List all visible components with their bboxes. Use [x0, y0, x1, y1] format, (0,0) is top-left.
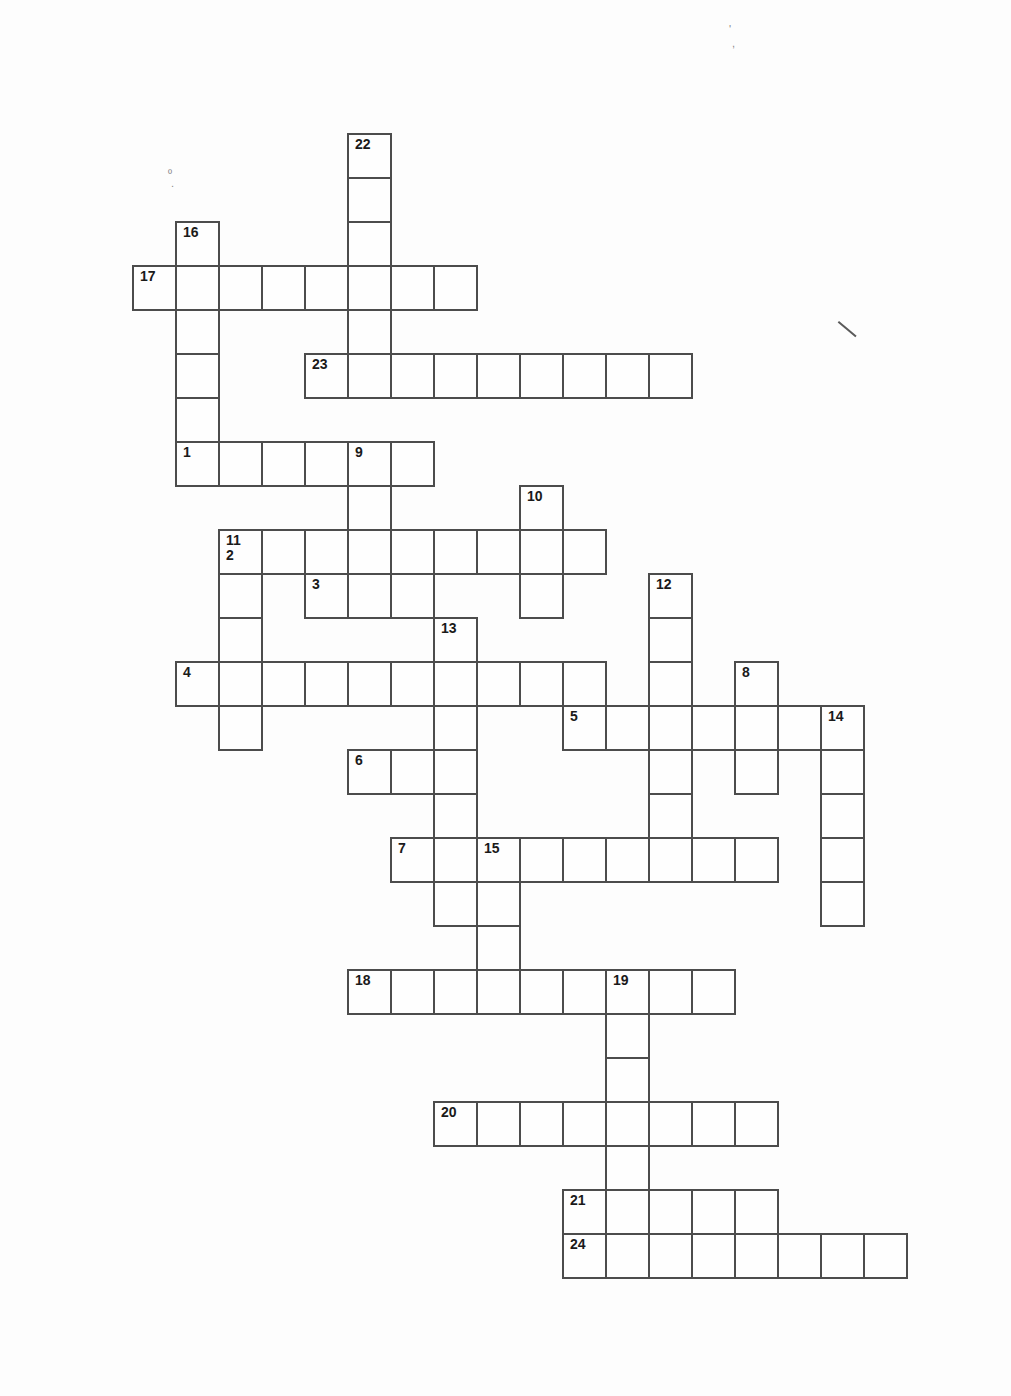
cell-r9c8[interactable] — [476, 529, 521, 575]
cell-r12c9[interactable] — [519, 661, 564, 707]
cell-r12c3[interactable] — [261, 661, 306, 707]
cell-r11c2[interactable] — [218, 617, 263, 663]
cell-r19c13[interactable] — [691, 969, 736, 1015]
cell-r12c6[interactable] — [390, 661, 435, 707]
cell-r0c5[interactable]: 22 — [347, 133, 392, 179]
cell-r10c4[interactable]: 3 — [304, 573, 349, 619]
cell-r9c4[interactable] — [304, 529, 349, 575]
cell-r3c1[interactable] — [175, 265, 220, 311]
cell-r24c13[interactable] — [691, 1189, 736, 1235]
cell-r19c5[interactable]: 18 — [347, 969, 392, 1015]
cell-r10c9[interactable] — [519, 573, 564, 619]
cell-r19c11[interactable]: 19 — [605, 969, 650, 1015]
cell-r7c4[interactable] — [304, 441, 349, 487]
cell-r12c5[interactable] — [347, 661, 392, 707]
cell-r19c7[interactable] — [433, 969, 478, 1015]
cell-r22c13[interactable] — [691, 1101, 736, 1147]
scan-artifact-1: , — [732, 38, 735, 49]
cell-r13c12[interactable] — [648, 705, 693, 751]
cell-r11c7[interactable]: 13 — [433, 617, 478, 663]
cell-r14c12[interactable] — [648, 749, 693, 795]
clue-number-18: 18 — [355, 973, 390, 987]
cell-r17c16[interactable] — [820, 881, 865, 927]
clue-number-11: 11 — [226, 533, 261, 547]
cell-r24c10[interactable]: 21 — [562, 1189, 607, 1235]
cell-r16c16[interactable] — [820, 837, 865, 883]
clue-number-7: 7 — [398, 841, 433, 855]
cell-r20c11[interactable] — [605, 1013, 650, 1059]
cell-r19c8[interactable] — [476, 969, 521, 1015]
cell-r3c5[interactable] — [347, 265, 392, 311]
cell-r12c12[interactable] — [648, 661, 693, 707]
cell-r25c17[interactable] — [863, 1233, 908, 1279]
cell-r7c3[interactable] — [261, 441, 306, 487]
cell-r10c12[interactable]: 12 — [648, 573, 693, 619]
cell-r16c10[interactable] — [562, 837, 607, 883]
cell-r9c7[interactable] — [433, 529, 478, 575]
cell-r22c11[interactable] — [605, 1101, 650, 1147]
cell-r9c9[interactable] — [519, 529, 564, 575]
cell-r4c5[interactable] — [347, 309, 392, 355]
cell-r25c16[interactable] — [820, 1233, 865, 1279]
cell-r9c10[interactable] — [562, 529, 607, 575]
cell-r9c5[interactable] — [347, 529, 392, 575]
cell-r19c6[interactable] — [390, 969, 435, 1015]
cell-r17c8[interactable] — [476, 881, 521, 927]
cell-r22c8[interactable] — [476, 1101, 521, 1147]
cell-r14c7[interactable] — [433, 749, 478, 795]
clue-number-15: 15 — [484, 841, 519, 855]
cell-r16c6[interactable]: 7 — [390, 837, 435, 883]
cell-r13c2[interactable] — [218, 705, 263, 751]
cell-r10c5[interactable] — [347, 573, 392, 619]
cell-r23c11[interactable] — [605, 1145, 650, 1191]
cell-r22c12[interactable] — [648, 1101, 693, 1147]
cell-r24c14[interactable] — [734, 1189, 779, 1235]
cell-r5c1[interactable] — [175, 353, 220, 399]
cell-r16c9[interactable] — [519, 837, 564, 883]
cell-r5c4[interactable]: 23 — [304, 353, 349, 399]
cell-r13c14[interactable] — [734, 705, 779, 751]
cell-r5c7[interactable] — [433, 353, 478, 399]
cell-r16c12[interactable] — [648, 837, 693, 883]
scan-page: 221617231910112312134851467151819202124 … — [0, 0, 1011, 1396]
clue-number-16: 16 — [183, 225, 218, 239]
cell-r5c12[interactable] — [648, 353, 693, 399]
clue-number-22: 22 — [355, 137, 390, 151]
clue-number-8: 8 — [742, 665, 777, 679]
cell-r5c11[interactable] — [605, 353, 650, 399]
cell-r12c14[interactable]: 8 — [734, 661, 779, 707]
clue-number-4: 4 — [183, 665, 218, 679]
clue-number-9: 9 — [355, 445, 390, 459]
cell-r1c5[interactable] — [347, 177, 392, 223]
cell-r19c9[interactable] — [519, 969, 564, 1015]
cell-r12c2[interactable] — [218, 661, 263, 707]
clue-number-17: 17 — [140, 269, 175, 283]
cell-r15c7[interactable] — [433, 793, 478, 839]
cell-r7c1[interactable]: 1 — [175, 441, 220, 487]
clue-number-5: 5 — [570, 709, 605, 723]
cell-r16c13[interactable] — [691, 837, 736, 883]
scan-artifact-0: ' — [729, 24, 731, 35]
cell-r3c3[interactable] — [261, 265, 306, 311]
cell-r5c6[interactable] — [390, 353, 435, 399]
cell-r12c10[interactable] — [562, 661, 607, 707]
cell-r5c8[interactable] — [476, 353, 521, 399]
clue-number-2: 2 — [226, 548, 261, 562]
cell-r22c10[interactable] — [562, 1101, 607, 1147]
cell-r9c6[interactable] — [390, 529, 435, 575]
cell-r15c12[interactable] — [648, 793, 693, 839]
cell-r5c5[interactable] — [347, 353, 392, 399]
cell-r7c2[interactable] — [218, 441, 263, 487]
cell-r6c1[interactable] — [175, 397, 220, 443]
cell-r25c11[interactable] — [605, 1233, 650, 1279]
cell-r22c9[interactable] — [519, 1101, 564, 1147]
cell-r19c12[interactable] — [648, 969, 693, 1015]
cell-r24c11[interactable] — [605, 1189, 650, 1235]
cell-r16c14[interactable] — [734, 837, 779, 883]
clue-number-12: 12 — [656, 577, 691, 591]
clue-number-10: 10 — [527, 489, 562, 503]
cell-r3c6[interactable] — [390, 265, 435, 311]
cell-r8c9[interactable]: 10 — [519, 485, 564, 531]
cell-r8c5[interactable] — [347, 485, 392, 531]
cell-r25c12[interactable] — [648, 1233, 693, 1279]
cell-r16c7[interactable] — [433, 837, 478, 883]
clue-number-1: 1 — [183, 445, 218, 459]
cell-r14c14[interactable] — [734, 749, 779, 795]
cell-r13c13[interactable] — [691, 705, 736, 751]
cell-r25c14[interactable] — [734, 1233, 779, 1279]
cell-r22c7[interactable]: 20 — [433, 1101, 478, 1147]
cell-r13c16[interactable]: 14 — [820, 705, 865, 751]
cell-r14c5[interactable]: 6 — [347, 749, 392, 795]
clue-number-6: 6 — [355, 753, 390, 767]
cell-r16c8[interactable]: 15 — [476, 837, 521, 883]
cell-r13c10[interactable]: 5 — [562, 705, 607, 751]
cell-r5c10[interactable] — [562, 353, 607, 399]
cell-r13c15[interactable] — [777, 705, 822, 751]
cell-r3c4[interactable] — [304, 265, 349, 311]
cell-r16c11[interactable] — [605, 837, 650, 883]
cell-r14c16[interactable] — [820, 749, 865, 795]
cell-r12c4[interactable] — [304, 661, 349, 707]
cell-r11c12[interactable] — [648, 617, 693, 663]
cell-r25c13[interactable] — [691, 1233, 736, 1279]
crossword-board: 221617231910112312134851467151819202124 — [132, 133, 906, 1277]
cell-r7c5[interactable]: 9 — [347, 441, 392, 487]
clue-number-19: 19 — [613, 973, 648, 987]
cell-r9c3[interactable] — [261, 529, 306, 575]
cell-r13c11[interactable] — [605, 705, 650, 751]
cell-r12c7[interactable] — [433, 661, 478, 707]
cell-r10c2[interactable] — [218, 573, 263, 619]
cell-r7c6[interactable] — [390, 441, 435, 487]
clue-number-24: 24 — [570, 1237, 605, 1251]
cell-r13c7[interactable] — [433, 705, 478, 751]
cell-r3c0[interactable]: 17 — [132, 265, 177, 311]
cell-r15c16[interactable] — [820, 793, 865, 839]
cell-r12c1[interactable]: 4 — [175, 661, 220, 707]
cell-r4c1[interactable] — [175, 309, 220, 355]
cell-r19c10[interactable] — [562, 969, 607, 1015]
clue-number-21: 21 — [570, 1193, 605, 1207]
cell-r22c14[interactable] — [734, 1101, 779, 1147]
cell-r17c7[interactable] — [433, 881, 478, 927]
cell-r5c9[interactable] — [519, 353, 564, 399]
cell-r12c8[interactable] — [476, 661, 521, 707]
cell-r10c6[interactable] — [390, 573, 435, 619]
cell-r3c2[interactable] — [218, 265, 263, 311]
cell-r3c7[interactable] — [433, 265, 478, 311]
cell-r21c11[interactable] — [605, 1057, 650, 1103]
clue-number-20: 20 — [441, 1105, 476, 1119]
cell-r25c10[interactable]: 24 — [562, 1233, 607, 1279]
cell-r9c2[interactable]: 112 — [218, 529, 263, 575]
cell-r18c8[interactable] — [476, 925, 521, 971]
cell-r2c5[interactable] — [347, 221, 392, 267]
scan-artifact-3: . — [171, 178, 174, 189]
cell-r14c6[interactable] — [390, 749, 435, 795]
clue-number-14: 14 — [828, 709, 863, 723]
clue-number-23: 23 — [312, 357, 347, 371]
cell-r24c12[interactable] — [648, 1189, 693, 1235]
clue-number-3: 3 — [312, 577, 347, 591]
clue-number-13: 13 — [441, 621, 476, 635]
cell-r25c15[interactable] — [777, 1233, 822, 1279]
cell-r2c1[interactable]: 16 — [175, 221, 220, 267]
